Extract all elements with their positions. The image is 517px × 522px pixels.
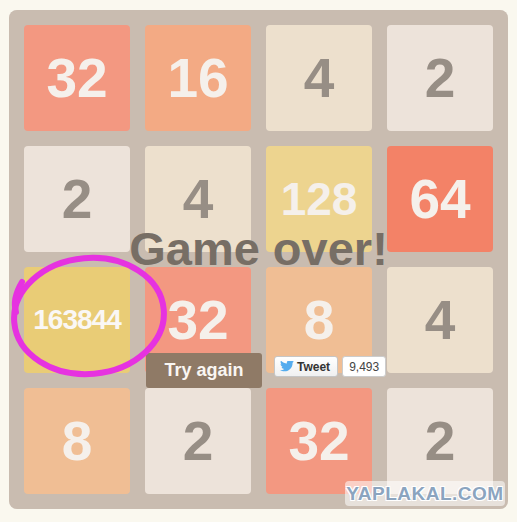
try-again-button[interactable]: Try again xyxy=(146,353,262,388)
tile-16: 16 xyxy=(145,25,251,131)
tweet-button[interactable]: Tweet xyxy=(274,356,338,377)
tile-4: 4 xyxy=(387,267,493,373)
watermark: YAPLAKAL.COM xyxy=(345,481,505,506)
game-screen: 3216422412864163844328482322 Game over! … xyxy=(0,0,517,522)
tile-2: 2 xyxy=(145,388,251,494)
tile-2: 2 xyxy=(387,388,493,494)
tile-4: 4 xyxy=(266,25,372,131)
twitter-bird-icon xyxy=(280,361,294,373)
tile-32: 32 xyxy=(24,25,130,131)
tile-163844: 163844 xyxy=(24,267,130,373)
tile-2: 2 xyxy=(387,25,493,131)
tweet-count[interactable]: 9,493 xyxy=(342,356,386,377)
game-over-message: Game over! xyxy=(9,221,508,276)
watermark-text: YAPLAKAL.COM xyxy=(346,483,503,505)
tile-32: 32 xyxy=(266,388,372,494)
tile-8: 8 xyxy=(24,388,130,494)
tweet-button-label: Tweet xyxy=(297,360,330,374)
tweet-widget: Tweet 9,493 xyxy=(274,356,386,377)
